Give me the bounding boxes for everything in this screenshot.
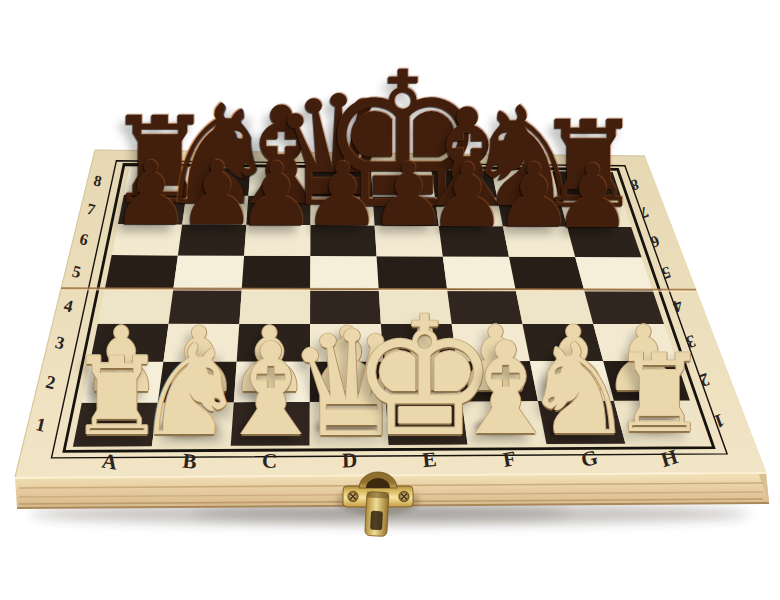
square-a5[interactable] <box>105 255 178 288</box>
chess-set-photo: ABCDEFGH1234567812345678 ♜♞♝♛♚♝♞♜♟♟♟♟♟♟♟… <box>0 0 780 600</box>
piece-white-rook-h1[interactable]: ♜ <box>611 341 708 449</box>
square-b5[interactable] <box>173 255 244 288</box>
square-g5[interactable] <box>509 257 584 290</box>
piece-black-pawn-h7[interactable]: ♟ <box>553 153 632 241</box>
square-h5[interactable] <box>575 257 652 290</box>
square-c5[interactable] <box>242 256 311 289</box>
